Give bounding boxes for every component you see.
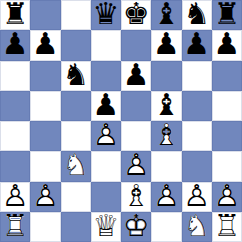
white-pawn-piece: ♟♙ [91,121,121,151]
square-e4[interactable] [121,121,151,151]
square-b8[interactable] [30,0,60,30]
square-a7[interactable]: ♟ [0,30,30,60]
black-piece-glyph: ♝ [151,0,181,29]
square-a6[interactable] [0,61,30,91]
white-piece-outline-layer: ♙ [121,151,151,180]
white-pawn-piece: ♟♙ [30,182,60,212]
white-pawn-piece: ♟♙ [121,151,151,181]
square-g2[interactable]: ♟♙ [182,182,212,212]
white-piece-outline-layer: ♘ [61,151,91,180]
square-b4[interactable] [30,121,60,151]
square-d2[interactable] [91,182,121,212]
square-c5[interactable] [61,91,91,121]
square-h1[interactable]: ♜♖ [212,212,242,242]
square-c6[interactable]: ♞ [61,61,91,91]
black-rook-piece: ♜ [212,0,242,30]
square-d7[interactable] [91,30,121,60]
square-f7[interactable]: ♟ [151,30,181,60]
black-piece-glyph: ♜ [212,0,242,29]
black-knight-piece: ♞ [61,61,91,91]
black-king-piece: ♚ [121,0,151,30]
chess-board: ♜♛♚♝♞♜♟♟♟♟♟♞♟♟♝♟♙♝♗♞♘♟♙♟♙♟♙♝♗♟♙♟♙♟♙♜♖♛♕♚… [0,0,242,242]
square-f1[interactable] [151,212,181,242]
white-pawn-piece: ♟♙ [151,182,181,212]
square-g1[interactable]: ♞♘ [182,212,212,242]
square-h3[interactable] [212,151,242,181]
square-f6[interactable] [151,61,181,91]
square-h7[interactable]: ♟ [212,30,242,60]
black-bishop-piece: ♝ [151,0,181,30]
black-pawn-piece: ♟ [0,30,30,60]
black-piece-glyph: ♟ [30,30,60,59]
black-pawn-piece: ♟ [121,61,151,91]
square-e1[interactable]: ♚♔ [121,212,151,242]
square-a4[interactable] [0,121,30,151]
square-d6[interactable] [91,61,121,91]
square-g5[interactable] [182,91,212,121]
white-piece-outline-layer: ♙ [91,121,121,150]
white-pawn-piece: ♟♙ [182,182,212,212]
black-piece-glyph: ♟ [0,30,30,59]
square-e8[interactable]: ♚ [121,0,151,30]
square-c8[interactable] [61,0,91,30]
square-b7[interactable]: ♟ [30,30,60,60]
black-piece-glyph: ♝ [151,91,181,120]
black-knight-piece: ♞ [182,0,212,30]
white-queen-piece: ♛♕ [91,212,121,242]
black-rook-piece: ♜ [0,0,30,30]
square-f8[interactable]: ♝ [151,0,181,30]
square-e7[interactable] [121,30,151,60]
black-piece-glyph: ♞ [182,0,212,29]
white-bishop-piece: ♝♗ [121,182,151,212]
white-piece-outline-layer: ♘ [182,212,212,241]
black-pawn-piece: ♟ [182,30,212,60]
white-rook-piece: ♜♖ [212,212,242,242]
square-c1[interactable] [61,212,91,242]
white-king-piece: ♚♔ [121,212,151,242]
white-pawn-piece: ♟♙ [212,182,242,212]
square-a8[interactable]: ♜ [0,0,30,30]
square-d3[interactable] [91,151,121,181]
square-b2[interactable]: ♟♙ [30,182,60,212]
black-piece-glyph: ♞ [61,61,91,90]
square-g7[interactable]: ♟ [182,30,212,60]
square-h6[interactable] [212,61,242,91]
white-piece-outline-layer: ♖ [212,212,242,241]
white-bishop-piece: ♝♗ [151,121,181,151]
square-g4[interactable] [182,121,212,151]
square-e5[interactable] [121,91,151,121]
black-piece-glyph: ♛ [91,0,121,29]
white-piece-outline-layer: ♙ [182,182,212,211]
white-piece-outline-layer: ♗ [151,121,181,150]
square-c7[interactable] [61,30,91,60]
white-knight-piece: ♞♘ [61,151,91,181]
square-f4[interactable]: ♝♗ [151,121,181,151]
square-h5[interactable] [212,91,242,121]
black-piece-glyph: ♟ [121,61,151,90]
square-h4[interactable] [212,121,242,151]
white-pawn-piece: ♟♙ [0,182,30,212]
black-piece-glyph: ♚ [121,0,151,29]
square-d4[interactable]: ♟♙ [91,121,121,151]
square-a5[interactable] [0,91,30,121]
square-a1[interactable]: ♜♖ [0,212,30,242]
square-b1[interactable] [30,212,60,242]
square-f5[interactable]: ♝ [151,91,181,121]
square-d5[interactable]: ♟ [91,91,121,121]
square-c2[interactable] [61,182,91,212]
square-a3[interactable] [0,151,30,181]
white-piece-outline-layer: ♙ [0,182,30,211]
square-c4[interactable] [61,121,91,151]
square-g3[interactable] [182,151,212,181]
square-g8[interactable]: ♞ [182,0,212,30]
square-a2[interactable]: ♟♙ [0,182,30,212]
square-e6[interactable]: ♟ [121,61,151,91]
black-piece-glyph: ♟ [212,30,242,59]
white-piece-outline-layer: ♙ [30,182,60,211]
square-d8[interactable]: ♛ [91,0,121,30]
white-piece-outline-layer: ♕ [91,212,121,241]
square-d1[interactable]: ♛♕ [91,212,121,242]
black-pawn-piece: ♟ [91,91,121,121]
square-h2[interactable]: ♟♙ [212,182,242,212]
square-h8[interactable]: ♜ [212,0,242,30]
square-b6[interactable] [30,61,60,91]
black-bishop-piece: ♝ [151,91,181,121]
square-b5[interactable] [30,91,60,121]
square-e3[interactable]: ♟♙ [121,151,151,181]
square-f3[interactable] [151,151,181,181]
square-f2[interactable]: ♟♙ [151,182,181,212]
black-pawn-piece: ♟ [151,30,181,60]
square-e2[interactable]: ♝♗ [121,182,151,212]
square-b3[interactable] [30,151,60,181]
white-piece-outline-layer: ♙ [151,182,181,211]
white-knight-piece: ♞♘ [182,212,212,242]
black-piece-glyph: ♜ [0,0,30,29]
black-pawn-piece: ♟ [30,30,60,60]
black-queen-piece: ♛ [91,0,121,30]
white-piece-outline-layer: ♙ [212,182,242,211]
square-g6[interactable] [182,61,212,91]
white-piece-outline-layer: ♗ [121,182,151,211]
black-pawn-piece: ♟ [212,30,242,60]
black-piece-glyph: ♟ [91,91,121,120]
black-piece-glyph: ♟ [151,30,181,59]
square-c3[interactable]: ♞♘ [61,151,91,181]
white-piece-outline-layer: ♔ [121,212,151,241]
white-rook-piece: ♜♖ [0,212,30,242]
white-piece-outline-layer: ♖ [0,212,30,241]
black-piece-glyph: ♟ [182,30,212,59]
